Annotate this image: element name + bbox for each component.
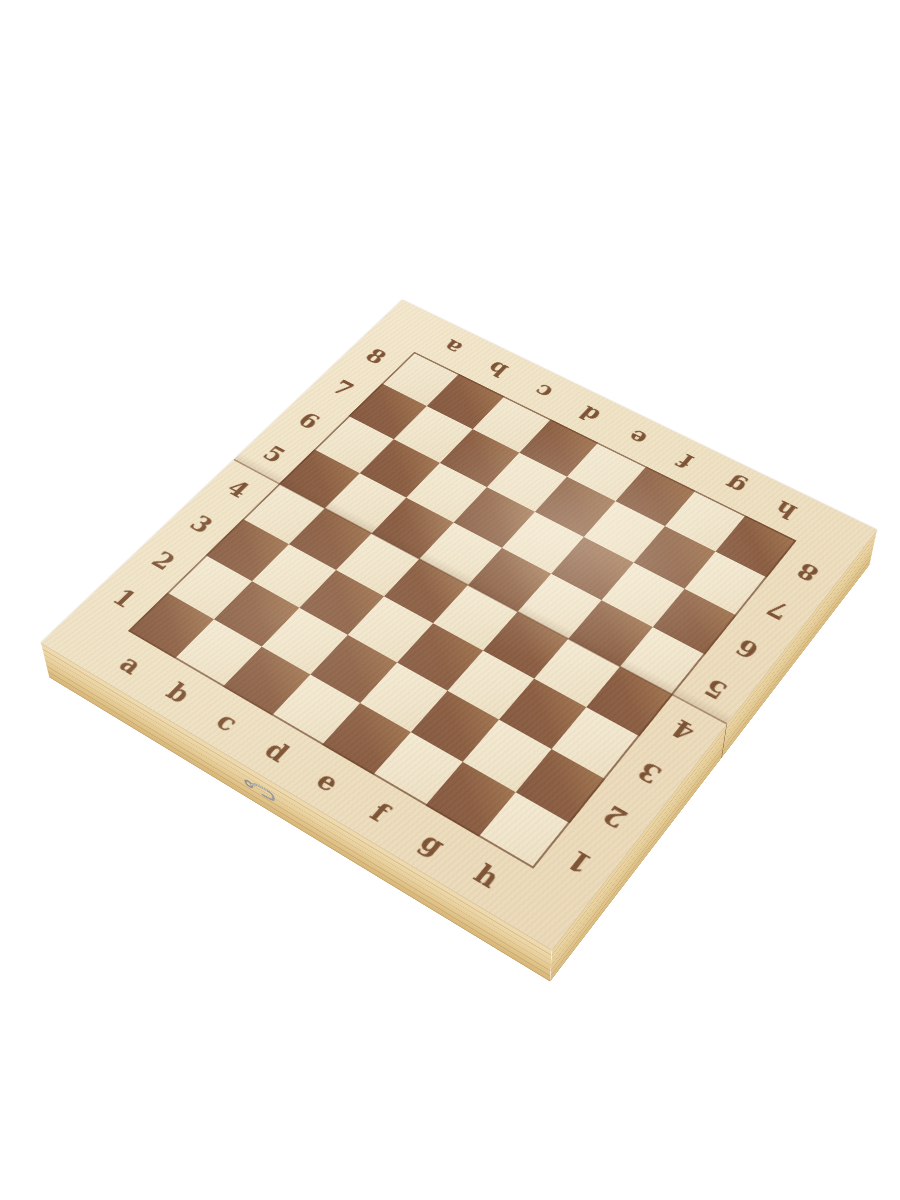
square-c2 [262,608,348,675]
square-c1 [223,647,311,716]
square-d2 [310,635,397,703]
square-h1 [479,792,570,869]
square-f4 [483,612,568,679]
board-top-face: 87654321 abcdefgh abcdefgh 87654321 [41,300,877,950]
chessboard: 87654321 abcdefgh abcdefgh 87654321 [41,300,877,950]
square-f3 [448,651,535,720]
square-d3 [348,596,433,662]
square-g1 [425,762,515,837]
square-h3 [552,707,640,779]
fold-seam-edge [721,723,727,759]
square-g4 [534,639,620,707]
square-e1 [322,703,411,775]
square-g5 [568,600,652,666]
square-g2 [463,720,552,793]
square-a1 [128,593,214,659]
square-h2 [516,749,606,823]
square-b1 [175,619,262,686]
square-f2 [411,691,499,762]
square-g3 [499,679,586,749]
square-e4 [433,585,518,651]
square-h6 [653,589,737,655]
square-e3 [397,623,483,691]
square-h5 [620,627,705,695]
square-f1 [373,732,463,805]
square-b2 [214,581,299,646]
square-d1 [272,675,360,745]
board-grid [128,352,797,869]
product-photo: 87654321 abcdefgh abcdefgh 87654321 [0,0,900,1200]
square-e2 [360,663,447,733]
square-h4 [586,667,673,737]
